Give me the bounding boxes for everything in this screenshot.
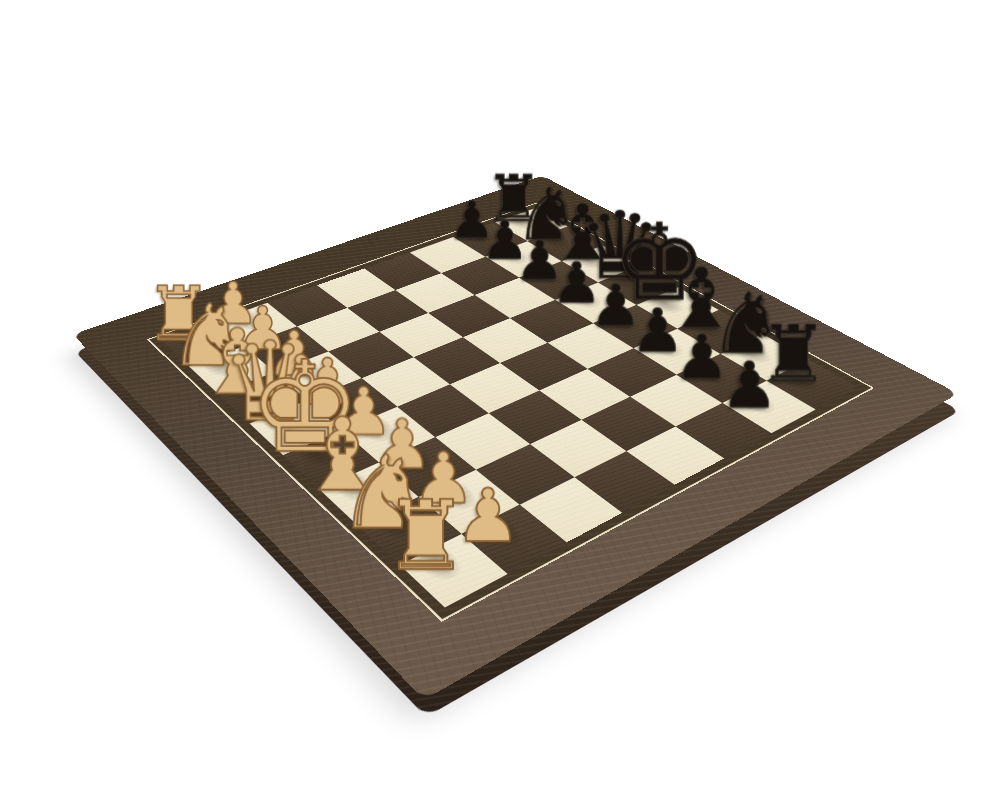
chess-board: ♜♞♝♛♚♝♞♜♟♟♟♟♟♟♟♟♟♟♟♟♟♟♟♟♜♞♝♛♚♝♞♜ <box>73 176 958 700</box>
board-frame: ♜♞♝♛♚♝♞♜♟♟♟♟♟♟♟♟♟♟♟♟♟♟♟♟♜♞♝♛♚♝♞♜ <box>73 176 958 700</box>
square-f5 <box>539 369 630 420</box>
board-inlay-line: ♜♞♝♛♚♝♞♜♟♟♟♟♟♟♟♟♟♟♟♟♟♟♟♟♜♞♝♛♚♝♞♜ <box>147 203 875 622</box>
piece-black-pawn-h7: ♟ <box>721 353 778 417</box>
square-h8: ♜ <box>767 360 858 410</box>
piece-white-rook-h1: ♜ <box>383 488 469 584</box>
product-photo-scene: ♜♞♝♛♚♝♞♜♟♟♟♟♟♟♟♟♟♟♟♟♟♟♟♟♜♞♝♛♚♝♞♜ <box>0 0 1000 800</box>
